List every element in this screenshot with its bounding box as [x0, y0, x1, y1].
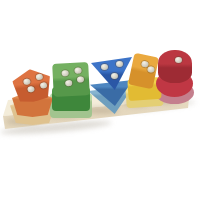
stacking-peg: [101, 64, 108, 70]
stacking-peg: [75, 67, 82, 73]
piece-top-circle: [158, 50, 192, 83]
stacking-peg: [116, 61, 123, 67]
stacking-peg: [146, 66, 154, 73]
piece-top-square: [52, 62, 90, 97]
stacking-peg: [65, 79, 72, 85]
stacking-peg: [28, 86, 36, 93]
stacking-peg: [23, 78, 31, 85]
stacking-peg: [40, 81, 48, 88]
toy-photo-scene: [0, 0, 200, 200]
stacking-peg: [62, 70, 69, 76]
stacking-peg: [175, 57, 182, 63]
stacking-peg: [35, 73, 43, 80]
stacking-peg: [77, 76, 84, 82]
stacking-peg: [111, 73, 118, 79]
